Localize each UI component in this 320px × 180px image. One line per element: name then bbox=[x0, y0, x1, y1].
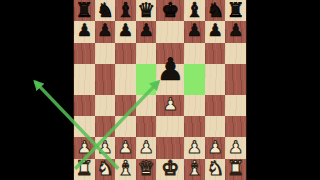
square-e7[interactable] bbox=[156, 21, 184, 42]
piece-white-knight-b1[interactable]: ♞ bbox=[96, 158, 114, 178]
square-a5[interactable] bbox=[74, 64, 95, 95]
square-e3[interactable] bbox=[156, 116, 184, 137]
piece-white-pawn-e4[interactable]: ♟ bbox=[163, 96, 178, 113]
piece-white-rook-h1[interactable]: ♜ bbox=[227, 158, 245, 178]
square-a7[interactable]: ♟ bbox=[74, 21, 95, 42]
piece-white-pawn-f2[interactable]: ♟ bbox=[187, 139, 202, 156]
square-g8[interactable]: ♞ bbox=[205, 0, 226, 21]
square-h1[interactable]: ♜ bbox=[225, 159, 246, 180]
square-h6[interactable] bbox=[225, 43, 246, 64]
piece-black-rook-h8[interactable]: ♜ bbox=[227, 0, 245, 20]
piece-white-king-e1[interactable]: ♚ bbox=[161, 158, 179, 178]
square-b8[interactable]: ♞ bbox=[95, 0, 116, 21]
square-b1[interactable]: ♞ bbox=[95, 159, 116, 180]
square-b3[interactable] bbox=[95, 116, 116, 137]
piece-white-pawn-d2[interactable]: ♟ bbox=[138, 139, 153, 156]
piece-black-king-e8[interactable]: ♚ bbox=[161, 0, 179, 20]
piece-black-pawn-e5[interactable]: ♟ bbox=[156, 54, 184, 85]
square-f8[interactable]: ♝ bbox=[184, 0, 205, 21]
square-e1[interactable]: ♚ bbox=[156, 159, 184, 180]
square-h8[interactable]: ♜ bbox=[225, 0, 246, 21]
square-c4[interactable] bbox=[115, 95, 136, 116]
piece-black-pawn-a7[interactable]: ♟ bbox=[77, 22, 92, 39]
square-b5[interactable] bbox=[95, 64, 116, 95]
square-h3[interactable] bbox=[225, 116, 246, 137]
piece-white-pawn-h2[interactable]: ♟ bbox=[228, 139, 243, 156]
piece-black-rook-a8[interactable]: ♜ bbox=[75, 0, 93, 20]
square-h7[interactable]: ♟ bbox=[225, 21, 246, 42]
square-d7[interactable]: ♟ bbox=[136, 21, 157, 42]
chess-board: ♜♞♝♛♚♝♞♜♟♟♟♟♟♟♟♟♟♟♟♟♟♟♟♟♜♞♝♛♚♝♞♜ bbox=[74, 0, 246, 180]
piece-black-pawn-g7[interactable]: ♟ bbox=[207, 22, 222, 39]
square-c8[interactable]: ♝ bbox=[115, 0, 136, 21]
square-f1[interactable]: ♝ bbox=[184, 159, 205, 180]
square-f7[interactable]: ♟ bbox=[184, 21, 205, 42]
square-b7[interactable]: ♟ bbox=[95, 21, 116, 42]
square-d6[interactable] bbox=[136, 43, 157, 64]
square-e5[interactable]: ♟ bbox=[156, 64, 184, 95]
piece-white-queen-d1[interactable]: ♛ bbox=[137, 158, 155, 178]
square-b4[interactable] bbox=[95, 95, 116, 116]
square-c6[interactable] bbox=[115, 43, 136, 64]
square-d5[interactable] bbox=[136, 64, 157, 95]
piece-black-knight-g8[interactable]: ♞ bbox=[206, 0, 224, 20]
square-d3[interactable] bbox=[136, 116, 157, 137]
piece-black-knight-b8[interactable]: ♞ bbox=[96, 0, 114, 20]
square-g6[interactable] bbox=[205, 43, 226, 64]
square-a1[interactable]: ♜ bbox=[74, 159, 95, 180]
piece-white-pawn-g2[interactable]: ♟ bbox=[207, 139, 222, 156]
square-f3[interactable] bbox=[184, 116, 205, 137]
square-a6[interactable] bbox=[74, 43, 95, 64]
piece-white-bishop-c1[interactable]: ♝ bbox=[117, 158, 135, 178]
square-g1[interactable]: ♞ bbox=[205, 159, 226, 180]
piece-white-bishop-f1[interactable]: ♝ bbox=[186, 158, 204, 178]
piece-black-pawn-f7[interactable]: ♟ bbox=[187, 22, 202, 39]
square-f6[interactable] bbox=[184, 43, 205, 64]
piece-black-pawn-h7[interactable]: ♟ bbox=[228, 22, 243, 39]
piece-black-pawn-d7[interactable]: ♟ bbox=[138, 22, 153, 39]
square-h5[interactable] bbox=[225, 64, 246, 95]
square-d1[interactable]: ♛ bbox=[136, 159, 157, 180]
piece-black-queen-d8[interactable]: ♛ bbox=[137, 0, 155, 20]
square-g5[interactable] bbox=[205, 64, 226, 95]
square-c3[interactable] bbox=[115, 116, 136, 137]
piece-black-pawn-c7[interactable]: ♟ bbox=[118, 22, 133, 39]
square-d4[interactable] bbox=[136, 95, 157, 116]
piece-white-rook-a1[interactable]: ♜ bbox=[75, 158, 93, 178]
piece-white-pawn-a2[interactable]: ♟ bbox=[77, 139, 92, 156]
piece-white-pawn-b2[interactable]: ♟ bbox=[97, 139, 112, 156]
square-a4[interactable] bbox=[74, 95, 95, 116]
square-c5[interactable] bbox=[115, 64, 136, 95]
square-f5[interactable] bbox=[184, 64, 205, 95]
square-c1[interactable]: ♝ bbox=[115, 159, 136, 180]
square-g7[interactable]: ♟ bbox=[205, 21, 226, 42]
video-frame: ♜♞♝♛♚♝♞♜♟♟♟♟♟♟♟♟♟♟♟♟♟♟♟♟♜♞♝♛♚♝♞♜ bbox=[0, 0, 320, 180]
piece-white-knight-g1[interactable]: ♞ bbox=[206, 158, 224, 178]
square-g4[interactable] bbox=[205, 95, 226, 116]
square-h4[interactable] bbox=[225, 95, 246, 116]
square-d8[interactable]: ♛ bbox=[136, 0, 157, 21]
square-b6[interactable] bbox=[95, 43, 116, 64]
piece-white-pawn-c2[interactable]: ♟ bbox=[118, 139, 133, 156]
square-e4[interactable]: ♟ bbox=[156, 95, 184, 116]
square-a8[interactable]: ♜ bbox=[74, 0, 95, 21]
square-e8[interactable]: ♚ bbox=[156, 0, 184, 21]
square-g3[interactable] bbox=[205, 116, 226, 137]
piece-black-pawn-b7[interactable]: ♟ bbox=[97, 22, 112, 39]
square-a3[interactable] bbox=[74, 116, 95, 137]
square-f4[interactable] bbox=[184, 95, 205, 116]
square-c7[interactable]: ♟ bbox=[115, 21, 136, 42]
piece-black-bishop-f8[interactable]: ♝ bbox=[186, 0, 204, 20]
piece-black-bishop-c8[interactable]: ♝ bbox=[117, 0, 135, 20]
